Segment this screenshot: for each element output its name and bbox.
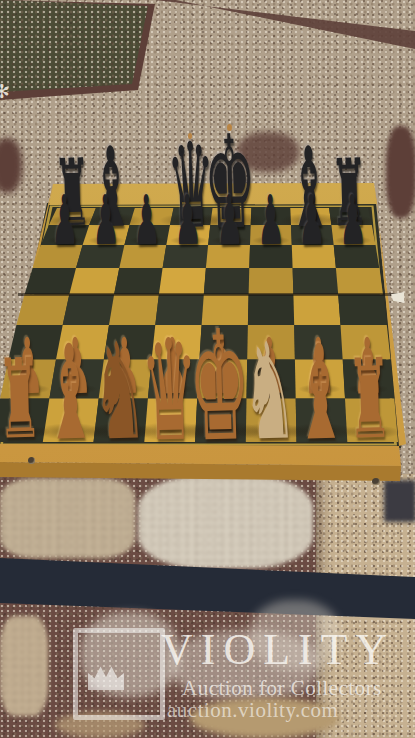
carpet-beige-patch-lower-left bbox=[0, 616, 48, 716]
piece-shadow bbox=[170, 236, 208, 245]
carpet-white-patch-center bbox=[138, 476, 313, 568]
piece-shadow bbox=[47, 236, 85, 245]
carpet-maroon-patch-center bbox=[237, 132, 299, 172]
carpet-light-fleck-3 bbox=[250, 600, 340, 670]
piece-shadow bbox=[211, 236, 249, 245]
carpet-tan-splotch-2 bbox=[55, 712, 145, 738]
carpet-light-fleck-1 bbox=[80, 612, 180, 697]
board-fold-seam bbox=[18, 293, 404, 296]
carpet-olive-block bbox=[0, 0, 152, 96]
piece-shadow bbox=[129, 236, 167, 245]
black-king-worn-tip bbox=[227, 124, 232, 131]
carpet-snowflake-motif: ✻ bbox=[0, 80, 10, 102]
auction-photo-chess-set: ✻ ♜♝♛♚♝♜♟♟♟♟♟♟♟♟♟♟♟♟♟♟♟♟♜♝♞♛♚♞♝♜ VIOLITY… bbox=[0, 0, 415, 738]
piece-shadow bbox=[293, 236, 331, 245]
carpet-dark-patch-board-corner bbox=[384, 480, 415, 522]
carpet-maroon-patch-right bbox=[386, 126, 415, 218]
piece-shadow bbox=[334, 236, 372, 245]
piece-shadow bbox=[196, 212, 267, 229]
screw-right bbox=[372, 478, 380, 485]
piece-shadow bbox=[341, 425, 401, 439]
screw-left bbox=[28, 457, 35, 464]
carpet-tan-splotch-1 bbox=[190, 698, 340, 738]
piece-shadow bbox=[82, 213, 143, 227]
carpet-beige-patch-left bbox=[0, 478, 135, 558]
piece-shadow bbox=[325, 215, 376, 227]
piece-shadow bbox=[252, 236, 290, 245]
piece-shadow bbox=[88, 236, 126, 245]
black-queen-worn-tip bbox=[188, 133, 192, 139]
